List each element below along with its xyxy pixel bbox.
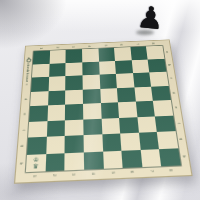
square-f4[interactable] [118,102,137,118]
coordinate-label: 6 [130,166,136,178]
square-f7[interactable] [115,60,133,74]
square-e8[interactable] [98,48,115,61]
square-c1[interactable] [65,152,84,171]
square-c7[interactable] [66,62,83,76]
square-h8[interactable] [146,46,164,59]
square-f8[interactable] [114,47,131,60]
square-e2[interactable] [102,134,122,152]
square-e1[interactable] [103,150,123,168]
square-c4[interactable] [65,104,83,120]
square-b3[interactable] [47,120,66,137]
square-c8[interactable] [66,49,82,62]
square-e6[interactable] [99,74,117,89]
square-g1[interactable] [140,149,161,167]
square-b5[interactable] [48,90,66,105]
brand-emblem-icon: ♔♛ [33,157,39,169]
coordinate-label: 1 [32,170,38,182]
square-b4[interactable] [47,105,65,121]
coordinate-label: 3 [72,169,77,181]
square-d2[interactable] [83,134,102,152]
board-grid: ♔♛ [26,46,181,172]
square-h5[interactable] [151,86,170,101]
brand-edge-text: chess house [25,63,30,82]
square-d4[interactable] [83,103,101,119]
square-c6[interactable] [65,75,82,90]
square-a3[interactable] [28,121,47,138]
square-d3[interactable] [83,118,102,135]
square-e4[interactable] [100,102,119,118]
square-e5[interactable] [100,88,118,103]
square-h6[interactable] [150,72,169,87]
square-h4[interactable] [153,100,173,116]
square-g5[interactable] [134,86,153,101]
square-h7[interactable] [148,58,166,72]
square-e3[interactable] [101,118,120,135]
square-a7[interactable] [32,63,49,77]
square-f3[interactable] [119,117,139,134]
square-a1[interactable]: ♔♛ [26,154,46,173]
square-f5[interactable] [117,87,136,102]
square-c3[interactable] [65,119,83,136]
square-g6[interactable] [133,72,152,87]
chessboard-mat: ♔♛ 12345678 12345678 abcdefgh abcdefgh c… [14,39,193,183]
coordinate-label: 8 [168,164,175,176]
square-h3[interactable] [155,115,175,132]
square-d7[interactable] [82,61,99,75]
square-b6[interactable] [48,76,65,91]
square-c2[interactable] [65,135,84,153]
square-b7[interactable] [49,63,66,77]
square-b2[interactable] [46,136,65,154]
square-a8[interactable] [33,51,50,65]
square-b1[interactable] [45,153,65,172]
square-d8[interactable] [82,49,99,62]
square-h1[interactable] [159,148,181,166]
square-g2[interactable] [139,132,160,150]
brand-logo-icon [26,58,31,62]
square-d5[interactable] [83,89,101,104]
square-g3[interactable] [137,116,157,133]
square-b8[interactable] [49,50,66,63]
square-g8[interactable] [130,46,148,59]
square-c5[interactable] [65,89,83,104]
square-a5[interactable] [30,91,48,106]
square-d1[interactable] [84,151,104,169]
square-d6[interactable] [82,75,99,90]
coordinate-label: 7 [149,165,156,177]
coordinate-label: 2 [52,169,58,181]
square-h2[interactable] [157,131,178,149]
square-f1[interactable] [121,149,142,167]
chessboard: ♔♛ 12345678 12345678 abcdefgh abcdefgh c… [14,39,193,183]
square-a6[interactable] [31,77,49,92]
coordinate-label: 4 [91,168,97,180]
square-e7[interactable] [99,61,116,75]
square-a4[interactable] [29,105,48,121]
square-f2[interactable] [120,133,140,151]
square-a2[interactable] [27,137,47,155]
coordinate-label: 5 [110,167,116,179]
square-g4[interactable] [136,101,156,117]
black-pawn[interactable]: ♟ [135,0,163,37]
square-g7[interactable] [131,59,149,73]
square-f6[interactable] [116,73,134,88]
